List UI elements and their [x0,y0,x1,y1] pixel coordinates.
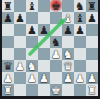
square-e7[interactable] [50,12,62,24]
piece-black-knight[interactable]: ♞ [75,1,85,12]
square-a4[interactable] [2,48,14,60]
piece-white-pawn[interactable]: ♟ [3,73,13,84]
square-g2[interactable]: ♟ [74,72,86,84]
piece-black-bishop[interactable]: ♝ [27,1,37,12]
square-e2[interactable] [50,72,62,84]
square-d1[interactable] [38,84,50,96]
square-f1[interactable] [62,84,74,96]
square-e1[interactable]: ♚ [50,84,62,96]
square-d2[interactable]: ♟ [38,72,50,84]
square-g7[interactable]: ♝ [74,12,86,24]
piece-black-bishop[interactable]: ♝ [75,13,85,24]
square-b5[interactable] [14,36,26,48]
chess-board[interactable]: ♜♝♚♞♜♟♟♝♝♟♟♟♟♟♞♟♞♛♟♞♛♟♟♟♟♟♟♜♚♜ [2,0,98,96]
square-h3[interactable] [86,60,98,72]
square-a6[interactable] [2,24,14,36]
piece-white-knight[interactable]: ♞ [27,61,37,72]
square-c5[interactable] [26,36,38,48]
piece-black-pawn[interactable]: ♟ [27,25,37,36]
piece-white-king[interactable]: ♚ [51,85,61,96]
square-e4[interactable]: ♟ [50,48,62,60]
square-b3[interactable]: ♟ [14,60,26,72]
piece-black-king[interactable]: ♚ [51,1,61,12]
square-f4[interactable]: ♞ [62,48,74,60]
square-d6[interactable]: ♟ [38,24,50,36]
square-h5[interactable] [86,36,98,48]
square-d5[interactable] [38,36,50,48]
square-g3[interactable] [74,60,86,72]
square-g4[interactable] [74,48,86,60]
square-b4[interactable] [14,48,26,60]
square-g5[interactable] [74,36,86,48]
square-c8[interactable]: ♝ [26,0,38,12]
piece-white-rook[interactable]: ♜ [87,85,97,96]
piece-white-pawn[interactable]: ♟ [39,73,49,84]
square-e6[interactable] [50,24,62,36]
piece-white-pawn[interactable]: ♟ [63,73,73,84]
square-c3[interactable]: ♞ [26,60,38,72]
square-c2[interactable]: ♟ [26,72,38,84]
square-h1[interactable]: ♜ [86,84,98,96]
square-f2[interactable]: ♟ [62,72,74,84]
piece-white-knight[interactable]: ♞ [63,49,73,60]
piece-black-knight[interactable]: ♞ [51,37,61,48]
square-g1[interactable] [74,84,86,96]
piece-black-pawn[interactable]: ♟ [75,25,85,36]
square-e8[interactable]: ♚ [50,0,62,12]
square-a7[interactable]: ♟ [2,12,14,24]
square-b8[interactable] [14,0,26,12]
square-f6[interactable]: ♟ [62,24,74,36]
square-f3[interactable]: ♛ [62,60,74,72]
square-a1[interactable]: ♜ [2,84,14,96]
piece-black-pawn[interactable]: ♟ [15,13,25,24]
square-d7[interactable] [38,12,50,24]
square-b6[interactable] [14,24,26,36]
square-a3[interactable]: ♛ [2,60,14,72]
square-c6[interactable]: ♟ [26,24,38,36]
square-c4[interactable] [26,48,38,60]
board-frame: ♜♝♚♞♜♟♟♝♝♟♟♟♟♟♞♟♞♛♟♞♛♟♟♟♟♟♟♜♚♜ [0,0,100,99]
piece-white-pawn[interactable]: ♟ [87,73,97,84]
piece-white-pawn[interactable]: ♟ [15,61,25,72]
square-b2[interactable] [14,72,26,84]
square-b7[interactable]: ♟ [14,12,26,24]
piece-white-pawn[interactable]: ♟ [27,73,37,84]
square-h4[interactable] [86,48,98,60]
piece-black-pawn[interactable]: ♟ [3,13,13,24]
square-d4[interactable] [38,48,50,60]
square-d3[interactable] [38,60,50,72]
square-d8[interactable] [38,0,50,12]
piece-white-queen[interactable]: ♛ [63,61,73,72]
square-f8[interactable] [62,0,74,12]
piece-black-pawn[interactable]: ♟ [87,13,97,24]
piece-white-rook[interactable]: ♜ [3,85,13,96]
square-f7[interactable]: ♝ [62,12,74,24]
square-a8[interactable]: ♜ [2,0,14,12]
piece-white-bishop[interactable]: ♝ [63,13,73,24]
piece-black-rook[interactable]: ♜ [87,1,97,12]
square-b1[interactable] [14,84,26,96]
square-e5[interactable]: ♞ [50,36,62,48]
square-a5[interactable] [2,36,14,48]
square-c7[interactable] [26,12,38,24]
piece-black-pawn[interactable]: ♟ [63,25,73,36]
square-h8[interactable]: ♜ [86,0,98,12]
square-h7[interactable]: ♟ [86,12,98,24]
piece-white-pawn[interactable]: ♟ [75,73,85,84]
square-h2[interactable]: ♟ [86,72,98,84]
piece-black-queen[interactable]: ♛ [3,61,13,72]
piece-black-pawn[interactable]: ♟ [39,25,49,36]
square-c1[interactable] [26,84,38,96]
square-g6[interactable]: ♟ [74,24,86,36]
square-a2[interactable]: ♟ [2,72,14,84]
square-g8[interactable]: ♞ [74,0,86,12]
square-e3[interactable] [50,60,62,72]
piece-black-rook[interactable]: ♜ [3,1,13,12]
piece-white-pawn[interactable]: ♟ [51,49,61,60]
square-f5[interactable] [62,36,74,48]
square-h6[interactable] [86,24,98,36]
